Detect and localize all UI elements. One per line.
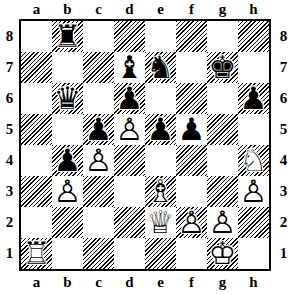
piece-white-pawn[interactable]: ♙ bbox=[238, 176, 269, 207]
square-h6[interactable]: ♟ bbox=[238, 83, 269, 114]
piece-black-pawn[interactable]: ♟ bbox=[145, 114, 176, 145]
square-g8[interactable] bbox=[207, 21, 238, 52]
square-g7[interactable]: ♚ bbox=[207, 52, 238, 83]
square-h1[interactable] bbox=[238, 238, 269, 269]
piece-white-pawn[interactable]: ♙ bbox=[114, 114, 145, 145]
rank-label-5-right: 5 bbox=[272, 114, 295, 145]
square-b5[interactable] bbox=[52, 114, 83, 145]
square-h3[interactable]: ♟♙ bbox=[238, 176, 269, 207]
square-c2[interactable] bbox=[83, 207, 114, 238]
square-f8[interactable] bbox=[176, 21, 207, 52]
square-e6[interactable] bbox=[145, 83, 176, 114]
piece-white-pawn[interactable]: ♙ bbox=[52, 176, 83, 207]
square-b4[interactable]: ♟ bbox=[52, 145, 83, 176]
file-label-f-top: f bbox=[176, 0, 207, 19]
square-d3[interactable] bbox=[114, 176, 145, 207]
square-c1[interactable] bbox=[83, 238, 114, 269]
rank-label-3-left: 3 bbox=[0, 176, 19, 207]
square-a8[interactable] bbox=[21, 21, 52, 52]
square-f6[interactable] bbox=[176, 83, 207, 114]
square-d7[interactable]: ♝ bbox=[114, 52, 145, 83]
piece-black-rook[interactable]: ♜ bbox=[52, 21, 83, 52]
file-label-b-bottom: b bbox=[52, 272, 83, 295]
square-f2[interactable]: ♟♙ bbox=[176, 207, 207, 238]
square-h5[interactable] bbox=[238, 114, 269, 145]
file-label-c-top: c bbox=[83, 0, 114, 19]
file-label-b-top: b bbox=[52, 0, 83, 19]
file-label-a-top: a bbox=[21, 0, 52, 19]
file-label-d-top: d bbox=[114, 0, 145, 19]
piece-white-rook[interactable]: ♖ bbox=[21, 238, 52, 269]
square-c8[interactable] bbox=[83, 21, 114, 52]
square-f3[interactable] bbox=[176, 176, 207, 207]
file-label-h-top: h bbox=[238, 0, 269, 19]
square-e5[interactable]: ♟ bbox=[145, 114, 176, 145]
file-label-g-top: g bbox=[207, 0, 238, 19]
square-e3[interactable]: ♝♗ bbox=[145, 176, 176, 207]
square-a3[interactable] bbox=[21, 176, 52, 207]
piece-white-queen[interactable]: ♕ bbox=[145, 207, 176, 238]
file-label-h-bottom: h bbox=[238, 272, 269, 295]
square-g1[interactable]: ♚♔ bbox=[207, 238, 238, 269]
square-h7[interactable] bbox=[238, 52, 269, 83]
square-b7[interactable] bbox=[52, 52, 83, 83]
piece-black-pawn[interactable]: ♟ bbox=[83, 114, 114, 145]
piece-white-pawn[interactable]: ♙ bbox=[83, 145, 114, 176]
square-a2[interactable] bbox=[21, 207, 52, 238]
square-a1[interactable]: ♜♖ bbox=[21, 238, 52, 269]
file-labels-bottom: abcdefgh bbox=[21, 272, 269, 295]
square-f1[interactable] bbox=[176, 238, 207, 269]
chess-diagram: abcdefgh 87654321 ♜♝♞♚♛♟♟♟♟♙♟♟♟♟♙♞♘♟♙♝♗♟… bbox=[0, 0, 295, 295]
file-label-e-bottom: e bbox=[145, 272, 176, 295]
square-a7[interactable] bbox=[21, 52, 52, 83]
piece-white-pawn[interactable]: ♙ bbox=[207, 207, 238, 238]
square-d6[interactable]: ♟ bbox=[114, 83, 145, 114]
square-g4[interactable] bbox=[207, 145, 238, 176]
file-label-c-bottom: c bbox=[83, 272, 114, 295]
rank-label-8-left: 8 bbox=[0, 21, 19, 52]
square-g5[interactable] bbox=[207, 114, 238, 145]
square-b1[interactable] bbox=[52, 238, 83, 269]
square-b3[interactable]: ♟♙ bbox=[52, 176, 83, 207]
piece-white-knight[interactable]: ♘ bbox=[238, 145, 269, 176]
rank-label-8-right: 8 bbox=[272, 21, 295, 52]
square-c3[interactable] bbox=[83, 176, 114, 207]
square-d1[interactable] bbox=[114, 238, 145, 269]
square-g6[interactable] bbox=[207, 83, 238, 114]
square-e1[interactable] bbox=[145, 238, 176, 269]
piece-white-pawn[interactable]: ♙ bbox=[176, 207, 207, 238]
piece-black-pawn[interactable]: ♟ bbox=[238, 83, 269, 114]
file-label-f-bottom: f bbox=[176, 272, 207, 295]
square-d2[interactable] bbox=[114, 207, 145, 238]
square-c6[interactable] bbox=[83, 83, 114, 114]
rank-label-3-right: 3 bbox=[272, 176, 295, 207]
square-f4[interactable] bbox=[176, 145, 207, 176]
square-c5[interactable]: ♟ bbox=[83, 114, 114, 145]
rank-label-7-left: 7 bbox=[0, 52, 19, 83]
square-d5[interactable]: ♟♙ bbox=[114, 114, 145, 145]
rank-label-4-left: 4 bbox=[0, 145, 19, 176]
piece-white-king[interactable]: ♔ bbox=[207, 238, 238, 269]
file-label-d-bottom: d bbox=[114, 272, 145, 295]
rank-labels-right: 87654321 bbox=[272, 21, 295, 269]
square-f5[interactable]: ♟ bbox=[176, 114, 207, 145]
rank-label-2-left: 2 bbox=[0, 207, 19, 238]
piece-white-bishop[interactable]: ♗ bbox=[145, 176, 176, 207]
square-e7[interactable]: ♞ bbox=[145, 52, 176, 83]
square-e4[interactable] bbox=[145, 145, 176, 176]
piece-black-knight[interactable]: ♞ bbox=[145, 52, 176, 83]
rank-label-6-right: 6 bbox=[272, 83, 295, 114]
piece-black-bishop[interactable]: ♝ bbox=[114, 52, 145, 83]
square-c4[interactable]: ♟♙ bbox=[83, 145, 114, 176]
piece-black-pawn[interactable]: ♟ bbox=[52, 145, 83, 176]
square-d4[interactable] bbox=[114, 145, 145, 176]
square-g2[interactable]: ♟♙ bbox=[207, 207, 238, 238]
square-b2[interactable] bbox=[52, 207, 83, 238]
rank-label-5-left: 5 bbox=[0, 114, 19, 145]
square-a4[interactable] bbox=[21, 145, 52, 176]
square-e2[interactable]: ♛♕ bbox=[145, 207, 176, 238]
file-label-a-bottom: a bbox=[21, 272, 52, 295]
piece-black-queen[interactable]: ♛ bbox=[52, 83, 83, 114]
rank-label-1-left: 1 bbox=[0, 238, 19, 269]
square-c7[interactable] bbox=[83, 52, 114, 83]
piece-black-king[interactable]: ♚ bbox=[207, 52, 238, 83]
piece-black-pawn[interactable]: ♟ bbox=[114, 83, 145, 114]
square-h2[interactable] bbox=[238, 207, 269, 238]
file-labels-top: abcdefgh bbox=[21, 0, 269, 19]
piece-black-pawn[interactable]: ♟ bbox=[176, 114, 207, 145]
square-a5[interactable] bbox=[21, 114, 52, 145]
square-e8[interactable] bbox=[145, 21, 176, 52]
square-g3[interactable] bbox=[207, 176, 238, 207]
rank-label-1-right: 1 bbox=[272, 238, 295, 269]
file-label-e-top: e bbox=[145, 0, 176, 19]
square-f7[interactable] bbox=[176, 52, 207, 83]
rank-label-4-right: 4 bbox=[272, 145, 295, 176]
rank-labels-left: 87654321 bbox=[0, 21, 19, 269]
square-h4[interactable]: ♞♘ bbox=[238, 145, 269, 176]
file-label-g-bottom: g bbox=[207, 272, 238, 295]
square-h8[interactable] bbox=[238, 21, 269, 52]
square-b8[interactable]: ♜ bbox=[52, 21, 83, 52]
chess-board: ♜♝♞♚♛♟♟♟♟♙♟♟♟♟♙♞♘♟♙♝♗♟♙♛♕♟♙♟♙♜♖♚♔ bbox=[19, 19, 271, 271]
square-b6[interactable]: ♛ bbox=[52, 83, 83, 114]
square-a6[interactable] bbox=[21, 83, 52, 114]
rank-label-7-right: 7 bbox=[272, 52, 295, 83]
rank-label-2-right: 2 bbox=[272, 207, 295, 238]
square-d8[interactable] bbox=[114, 21, 145, 52]
rank-label-6-left: 6 bbox=[0, 83, 19, 114]
